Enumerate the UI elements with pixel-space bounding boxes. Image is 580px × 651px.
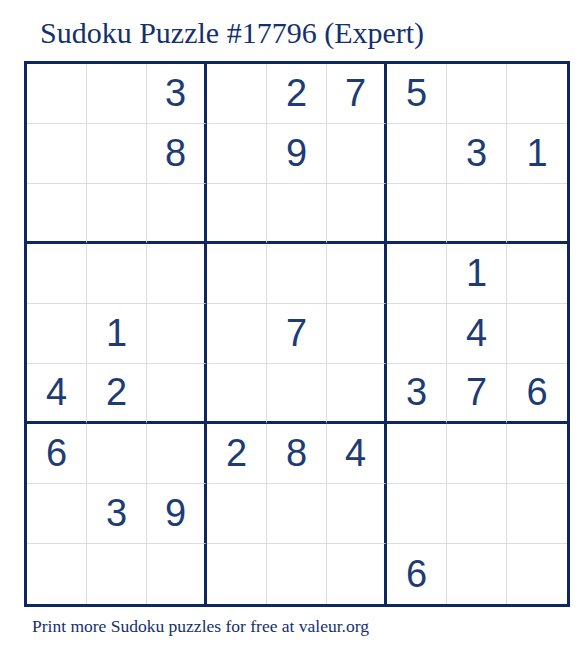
cell-r7c5[interactable]: 8 bbox=[267, 424, 327, 484]
cell-r6c4[interactable] bbox=[207, 364, 267, 424]
cell-r1c7[interactable]: 5 bbox=[387, 64, 447, 124]
cell-r2c7[interactable] bbox=[387, 124, 447, 184]
cell-r2c6[interactable] bbox=[327, 124, 387, 184]
cell-r7c6[interactable]: 4 bbox=[327, 424, 387, 484]
cell-r6c5[interactable] bbox=[267, 364, 327, 424]
page: Sudoku Puzzle #17796 (Expert) 3275893111… bbox=[0, 0, 580, 651]
cell-r6c3[interactable] bbox=[147, 364, 207, 424]
cell-r2c8[interactable]: 3 bbox=[447, 124, 507, 184]
cell-r1c1[interactable] bbox=[27, 64, 87, 124]
cell-r3c1[interactable] bbox=[27, 184, 87, 244]
cell-r9c5[interactable] bbox=[267, 544, 327, 604]
cell-r6c2[interactable]: 2 bbox=[87, 364, 147, 424]
cell-r3c9[interactable] bbox=[507, 184, 567, 244]
cell-r4c7[interactable] bbox=[387, 244, 447, 304]
cell-r3c8[interactable] bbox=[447, 184, 507, 244]
cell-r9c1[interactable] bbox=[27, 544, 87, 604]
cell-r4c9[interactable] bbox=[507, 244, 567, 304]
cell-r4c8[interactable]: 1 bbox=[447, 244, 507, 304]
cell-r5c7[interactable] bbox=[387, 304, 447, 364]
footer-text: Print more Sudoku puzzles for free at va… bbox=[32, 615, 369, 637]
cell-r1c3[interactable]: 3 bbox=[147, 64, 207, 124]
cell-r5c6[interactable] bbox=[327, 304, 387, 364]
cell-r9c2[interactable] bbox=[87, 544, 147, 604]
cell-r3c3[interactable] bbox=[147, 184, 207, 244]
cell-r6c1[interactable]: 4 bbox=[27, 364, 87, 424]
cell-r2c2[interactable] bbox=[87, 124, 147, 184]
cell-r7c1[interactable]: 6 bbox=[27, 424, 87, 484]
cell-r3c2[interactable] bbox=[87, 184, 147, 244]
cell-r5c8[interactable]: 4 bbox=[447, 304, 507, 364]
cell-r6c7[interactable]: 3 bbox=[387, 364, 447, 424]
cell-r4c6[interactable] bbox=[327, 244, 387, 304]
cell-r7c9[interactable] bbox=[507, 424, 567, 484]
cell-r1c9[interactable] bbox=[507, 64, 567, 124]
cell-r1c6[interactable]: 7 bbox=[327, 64, 387, 124]
cell-r1c5[interactable]: 2 bbox=[267, 64, 327, 124]
cell-r8c5[interactable] bbox=[267, 484, 327, 544]
cell-r8c4[interactable] bbox=[207, 484, 267, 544]
cell-r5c9[interactable] bbox=[507, 304, 567, 364]
cell-r4c2[interactable] bbox=[87, 244, 147, 304]
cell-r6c8[interactable]: 7 bbox=[447, 364, 507, 424]
cell-r5c2[interactable]: 1 bbox=[87, 304, 147, 364]
cell-r7c4[interactable]: 2 bbox=[207, 424, 267, 484]
cell-r7c2[interactable] bbox=[87, 424, 147, 484]
cell-r3c5[interactable] bbox=[267, 184, 327, 244]
cell-r9c4[interactable] bbox=[207, 544, 267, 604]
cell-r7c7[interactable] bbox=[387, 424, 447, 484]
cell-r4c5[interactable] bbox=[267, 244, 327, 304]
cell-r2c9[interactable]: 1 bbox=[507, 124, 567, 184]
cell-r5c4[interactable] bbox=[207, 304, 267, 364]
cell-r7c3[interactable] bbox=[147, 424, 207, 484]
cell-r1c4[interactable] bbox=[207, 64, 267, 124]
cell-r5c1[interactable] bbox=[27, 304, 87, 364]
cell-r8c3[interactable]: 9 bbox=[147, 484, 207, 544]
cell-r9c9[interactable] bbox=[507, 544, 567, 604]
cell-r2c3[interactable]: 8 bbox=[147, 124, 207, 184]
cell-r6c6[interactable] bbox=[327, 364, 387, 424]
cell-r9c8[interactable] bbox=[447, 544, 507, 604]
cell-r8c7[interactable] bbox=[387, 484, 447, 544]
cell-r4c1[interactable] bbox=[27, 244, 87, 304]
cell-r2c1[interactable] bbox=[27, 124, 87, 184]
cell-r8c6[interactable] bbox=[327, 484, 387, 544]
cell-r5c3[interactable] bbox=[147, 304, 207, 364]
cell-r1c8[interactable] bbox=[447, 64, 507, 124]
cell-r6c9[interactable]: 6 bbox=[507, 364, 567, 424]
cell-r8c2[interactable]: 3 bbox=[87, 484, 147, 544]
cell-r4c4[interactable] bbox=[207, 244, 267, 304]
cell-r9c6[interactable] bbox=[327, 544, 387, 604]
cell-r2c4[interactable] bbox=[207, 124, 267, 184]
cell-r2c5[interactable]: 9 bbox=[267, 124, 327, 184]
cell-r8c8[interactable] bbox=[447, 484, 507, 544]
cell-r1c2[interactable] bbox=[87, 64, 147, 124]
cell-r8c1[interactable] bbox=[27, 484, 87, 544]
cell-r5c5[interactable]: 7 bbox=[267, 304, 327, 364]
cell-r4c3[interactable] bbox=[147, 244, 207, 304]
cell-r9c3[interactable] bbox=[147, 544, 207, 604]
sudoku-board: 327589311174423766284396 bbox=[24, 61, 570, 607]
cell-r3c4[interactable] bbox=[207, 184, 267, 244]
cell-r9c7[interactable]: 6 bbox=[387, 544, 447, 604]
cell-r7c8[interactable] bbox=[447, 424, 507, 484]
cell-r8c9[interactable] bbox=[507, 484, 567, 544]
page-title: Sudoku Puzzle #17796 (Expert) bbox=[40, 16, 424, 50]
cell-r3c7[interactable] bbox=[387, 184, 447, 244]
cell-r3c6[interactable] bbox=[327, 184, 387, 244]
